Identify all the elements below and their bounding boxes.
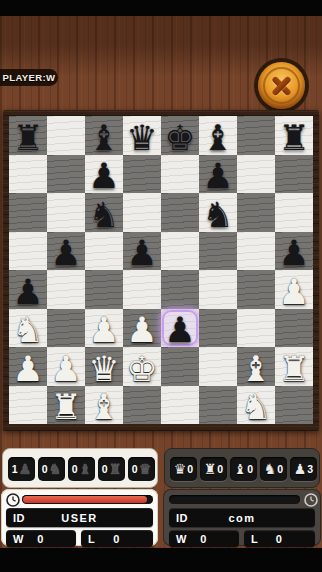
square-f8[interactable]: ♝ (199, 116, 237, 155)
black-pawn-b5[interactable]: ♟ (47, 233, 85, 273)
square-b4[interactable] (47, 270, 85, 309)
square-d5[interactable]: ♟ (123, 232, 161, 271)
square-h4[interactable]: ♟ (275, 270, 313, 309)
black-knight-c6[interactable]: ♞ (85, 195, 123, 235)
com-panel: ID com W 0 L 0 (163, 489, 321, 546)
square-b5[interactable]: ♟ (47, 232, 85, 271)
white-pawn-icon: ♟ (294, 462, 307, 476)
square-g4[interactable] (237, 270, 275, 309)
captured-black-rook-slot: 0♜ (98, 457, 125, 481)
white-queen-c2[interactable]: ♛ (85, 349, 123, 389)
black-pawn-icon: ♟ (19, 462, 32, 476)
square-h3[interactable] (275, 309, 313, 348)
square-a8[interactable]: ♜ (9, 116, 47, 155)
captured-count: 0 (72, 463, 78, 475)
square-a2[interactable]: ♟ (9, 347, 47, 386)
white-bishop-icon: ♝ (234, 462, 247, 476)
black-bishop-f8[interactable]: ♝ (199, 118, 237, 158)
com-losses-value: 0 (244, 533, 315, 545)
square-g8[interactable] (237, 116, 275, 155)
square-e2[interactable] (161, 347, 199, 386)
user-losses-value: 0 (81, 533, 153, 545)
user-losses-pill: L 0 (81, 530, 153, 547)
white-pawn-c3[interactable]: ♟ (85, 310, 123, 350)
black-king-e8[interactable]: ♚ (161, 118, 199, 158)
square-h5[interactable]: ♟ (275, 232, 313, 271)
black-knight-icon: ♞ (49, 462, 62, 476)
square-c6[interactable]: ♞ (85, 193, 123, 232)
captured-by-user-tray: 1♟0♞0♝0♜0♛ (2, 448, 158, 488)
user-id-value: USER (6, 512, 153, 524)
captured-count: 0 (102, 463, 108, 475)
white-bishop-g2[interactable]: ♝ (237, 349, 275, 389)
black-queen-icon: ♛ (139, 462, 152, 476)
user-panel: ID USER W 0 L 0 (1, 489, 158, 546)
close-button[interactable] (258, 62, 305, 109)
black-rook-icon: ♜ (109, 462, 122, 476)
square-d8[interactable]: ♛ (123, 116, 161, 155)
square-e6[interactable] (161, 193, 199, 232)
black-pawn-h5[interactable]: ♟ (275, 233, 313, 273)
black-bishop-c8[interactable]: ♝ (85, 118, 123, 158)
square-a7[interactable] (9, 155, 47, 194)
black-knight-f6[interactable]: ♞ (199, 195, 237, 235)
square-g6[interactable] (237, 193, 275, 232)
square-c3[interactable]: ♟ (85, 309, 123, 348)
captured-white-rook-slot: ♜0 (200, 457, 227, 481)
square-f5[interactable] (199, 232, 237, 271)
captured-black-pieces: 1♟0♞0♝0♜0♛ (3, 449, 157, 481)
user-id-pill: ID USER (6, 508, 153, 527)
square-a6[interactable] (9, 193, 47, 232)
white-rook-icon: ♜ (204, 462, 217, 476)
square-f7[interactable]: ♟ (199, 155, 237, 194)
captured-count: 1 (12, 463, 18, 475)
black-bishop-icon: ♝ (79, 462, 92, 476)
white-queen-icon: ♛ (174, 462, 187, 476)
square-a4[interactable]: ♟ (9, 270, 47, 309)
captured-count: 0 (42, 463, 48, 475)
square-e8[interactable]: ♚ (161, 116, 199, 155)
square-e7[interactable] (161, 155, 199, 194)
square-f2[interactable] (199, 347, 237, 386)
square-h8[interactable]: ♜ (275, 116, 313, 155)
square-g1[interactable]: ♞ (237, 386, 275, 425)
white-rook-h2[interactable]: ♜ (275, 349, 313, 389)
wood-background: PLAYER:W ♜♝♛♚♝♜♟♟♞♞♟♟♟♟♟♞♟♟♟♟♟♛♚♝♜♜♝♞ 1♟… (0, 16, 322, 548)
status-bar (0, 0, 322, 16)
user-timer-fill (23, 496, 147, 503)
captured-white-pawn-slot: ♟3 (290, 457, 317, 481)
square-b6[interactable] (47, 193, 85, 232)
square-h2[interactable]: ♜ (275, 347, 313, 386)
captured-white-pieces: ♛0♜0♝0♞0♟3 (165, 449, 319, 481)
com-id-value: com (169, 512, 315, 524)
white-pawn-a2[interactable]: ♟ (9, 349, 47, 389)
captured-count: 0 (217, 463, 223, 475)
black-pawn-c7[interactable]: ♟ (85, 156, 123, 196)
captured-black-pawn-slot: 1♟ (8, 457, 35, 481)
white-knight-g1[interactable]: ♞ (237, 387, 275, 427)
clock-icon (6, 493, 20, 507)
player-turn-badge: PLAYER:W (0, 69, 58, 86)
square-d2[interactable]: ♚ (123, 347, 161, 386)
square-c8[interactable]: ♝ (85, 116, 123, 155)
square-c2[interactable]: ♛ (85, 347, 123, 386)
square-c1[interactable]: ♝ (85, 386, 123, 425)
com-wins-value: 0 (169, 533, 239, 545)
square-c7[interactable]: ♟ (85, 155, 123, 194)
square-f6[interactable]: ♞ (199, 193, 237, 232)
com-wins-pill: W 0 (169, 530, 239, 547)
white-knight-icon: ♞ (264, 462, 277, 476)
square-b8[interactable] (47, 116, 85, 155)
square-h7[interactable] (275, 155, 313, 194)
black-queen-d8[interactable]: ♛ (123, 118, 161, 158)
square-e1[interactable] (161, 386, 199, 425)
user-timer-bar (22, 495, 153, 504)
square-g3[interactable] (237, 309, 275, 348)
chess-board[interactable]: ♜♝♛♚♝♜♟♟♞♞♟♟♟♟♟♞♟♟♟♟♟♛♚♝♜♜♝♞ (9, 116, 313, 424)
white-pawn-d3[interactable]: ♟ (123, 310, 161, 350)
square-c5[interactable] (85, 232, 123, 271)
square-f4[interactable] (199, 270, 237, 309)
com-id-pill: ID com (169, 508, 315, 527)
square-h6[interactable] (275, 193, 313, 232)
square-g5[interactable] (237, 232, 275, 271)
square-e5[interactable] (161, 232, 199, 271)
square-b2[interactable]: ♟ (47, 347, 85, 386)
user-wins-pill: W 0 (6, 530, 76, 547)
com-timer-bar (169, 495, 300, 504)
app-screen: PLAYER:W ♜♝♛♚♝♜♟♟♞♞♟♟♟♟♟♞♟♟♟♟♟♛♚♝♜♜♝♞ 1♟… (0, 0, 322, 572)
captured-count: 3 (307, 463, 313, 475)
captured-count: 0 (247, 463, 253, 475)
square-d4[interactable] (123, 270, 161, 309)
captured-white-bishop-slot: ♝0 (230, 457, 257, 481)
captured-count: 0 (277, 463, 283, 475)
square-d1[interactable] (123, 386, 161, 425)
captured-white-queen-slot: ♛0 (170, 457, 197, 481)
com-losses-pill: L 0 (244, 530, 315, 547)
white-pawn-b2[interactable]: ♟ (47, 349, 85, 389)
black-pawn-d5[interactable]: ♟ (123, 233, 161, 273)
captured-count: 0 (187, 463, 193, 475)
square-d7[interactable] (123, 155, 161, 194)
square-e3[interactable]: ♟ (161, 309, 199, 348)
last-move-highlight (162, 310, 198, 347)
square-e4[interactable] (161, 270, 199, 309)
captured-by-com-tray: ♛0♜0♝0♞0♟3 (164, 448, 320, 488)
black-pawn-f7[interactable]: ♟ (199, 156, 237, 196)
square-d3[interactable]: ♟ (123, 309, 161, 348)
square-g2[interactable]: ♝ (237, 347, 275, 386)
captured-black-knight-slot: 0♞ (38, 457, 65, 481)
captured-white-knight-slot: ♞0 (260, 457, 287, 481)
captured-black-bishop-slot: 0♝ (68, 457, 95, 481)
chess-board-frame: ♜♝♛♚♝♜♟♟♞♞♟♟♟♟♟♞♟♟♟♟♟♛♚♝♜♜♝♞ (3, 110, 319, 431)
white-king-d2[interactable]: ♚ (123, 349, 161, 389)
square-b7[interactable] (47, 155, 85, 194)
white-pawn-h4[interactable]: ♟ (275, 272, 313, 312)
square-a5[interactable] (9, 232, 47, 271)
white-bishop-c1[interactable]: ♝ (85, 387, 123, 427)
clock-icon (304, 493, 318, 507)
square-f3[interactable] (199, 309, 237, 348)
square-b3[interactable] (47, 309, 85, 348)
square-g7[interactable] (237, 155, 275, 194)
square-d6[interactable] (123, 193, 161, 232)
square-c4[interactable] (85, 270, 123, 309)
square-f1[interactable] (199, 386, 237, 425)
captured-black-queen-slot: 0♛ (128, 457, 155, 481)
square-a3[interactable]: ♞ (9, 309, 47, 348)
white-rook-b1[interactable]: ♜ (47, 387, 85, 427)
square-a1[interactable] (9, 386, 47, 425)
user-wins-value: 0 (6, 533, 76, 545)
black-pawn-a4[interactable]: ♟ (9, 272, 47, 312)
black-rook-h8[interactable]: ♜ (275, 118, 313, 158)
square-h1[interactable] (275, 386, 313, 425)
black-rook-a8[interactable]: ♜ (9, 118, 47, 158)
white-knight-a3[interactable]: ♞ (9, 310, 47, 350)
bottom-bar (0, 548, 322, 572)
captured-count: 0 (132, 463, 138, 475)
square-b1[interactable]: ♜ (47, 386, 85, 425)
